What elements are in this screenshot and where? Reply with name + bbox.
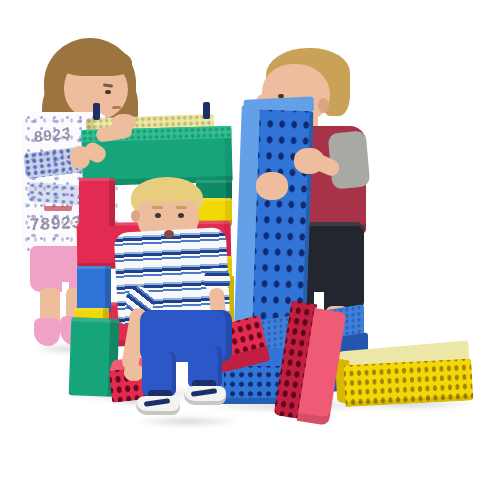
toddler-open-mouth [164,230,174,238]
floor-yellow-long-front-face [343,358,473,407]
boy-hand-left-on-brick [256,172,288,200]
block-tower-peg-right [203,102,210,119]
toddler-eyebrow-right [176,206,187,209]
girl-shirt-number-lower: 78923 [30,213,83,236]
block-tower-left-red [79,178,115,226]
floor-yellow-long [335,342,474,409]
toddler-fringe [139,186,195,202]
boy-hand-right-on-brick [294,148,324,174]
toddler-shoe-left [136,396,180,415]
girl-hand-on-green-beam [70,146,90,169]
held-blue-brick [234,97,316,333]
block-tower-peg-left [93,103,100,120]
block-tower-left-blue [77,266,111,312]
toddler-ear-left [131,210,140,222]
toddler-shadow [132,416,242,427]
girl-sock-left [34,318,60,346]
toddler-shoe-right-stripe [191,388,217,397]
toddler-hand-on-red-brick [124,364,144,381]
boy-ear [318,98,329,113]
girl-shirt-number-upper: 8923 [33,124,72,145]
girl-mouth [112,106,121,109]
toddler-shoe-right [184,386,226,405]
toddler-eye-left [155,213,161,218]
girl-hand-on-yellow-top [112,114,136,131]
girl-shirt-red-word [44,206,72,211]
photo-canvas: 8923 78923 [0,0,480,480]
girl-fringe [62,48,132,76]
toddler-eye-right [178,213,184,218]
held-blue-brick-front-face [252,109,314,331]
toddler-shoe-left-stripe [144,398,170,407]
toddler-eyebrow-left [152,206,163,209]
girl-eye [105,90,111,94]
